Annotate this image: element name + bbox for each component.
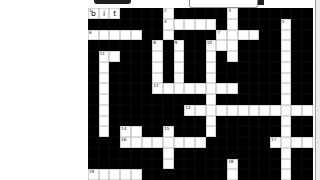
cell-11-20-black: [302, 126, 313, 137]
cell-6-3-black: [120, 73, 131, 84]
cell-8-7-black: [163, 94, 174, 105]
cell-2-12-white[interactable]: 7: [216, 30, 227, 41]
cell-8-3-black: [120, 94, 131, 105]
cell-6-17-black: [270, 73, 281, 84]
clue-number-6: 6: [89, 30, 92, 35]
cell-14-7-white[interactable]: [163, 159, 174, 170]
cell-13-9-black: [184, 148, 195, 159]
cell-2-4-white[interactable]: [131, 30, 142, 41]
cell-5-6-white[interactable]: [152, 62, 163, 73]
cell-9-14-white[interactable]: [238, 105, 249, 116]
cell-8-9-black: [184, 94, 195, 105]
cell-2-6-black: [152, 30, 163, 41]
cell-12-18-white[interactable]: [281, 137, 292, 148]
cell-5-13-black: [227, 62, 238, 73]
cell-5-18-white[interactable]: [281, 62, 292, 73]
cell-14-16-black: [259, 159, 270, 170]
cell-0-12-black: [216, 8, 227, 19]
cell-6-0-black: [88, 73, 99, 84]
cell-8-13-black: [227, 94, 238, 105]
cell-11-16-black: [259, 126, 270, 137]
cell-13-12-black: [216, 148, 227, 159]
cell-15-12-black: [216, 169, 227, 180]
cell-7-12-white[interactable]: [216, 83, 227, 94]
cell-4-0-black: [88, 51, 99, 62]
cell-10-2-black: [109, 116, 120, 127]
cell-14-0-black: [88, 159, 99, 170]
clue-number-10: 10: [207, 40, 212, 45]
cell-10-9-black: [184, 116, 195, 127]
cell-5-19-black: [291, 62, 302, 73]
cell-15-0-white[interactable]: 19: [88, 169, 99, 180]
cell-15-8-black: [174, 169, 185, 180]
cell-4-8-white[interactable]: [174, 51, 185, 62]
cell-0-9-black: [184, 8, 195, 19]
cell-3-11-white[interactable]: 10: [206, 40, 217, 51]
cell-14-12-black: [216, 159, 227, 170]
cell-14-11-black: [206, 159, 217, 170]
cell-11-3-white[interactable]: 14: [120, 126, 131, 137]
cell-4-5-black: [142, 51, 153, 62]
cell-9-0-black: [88, 105, 99, 116]
cell-0-0-white[interactable]: 1b: [88, 8, 99, 19]
cell-11-12-black: [216, 126, 227, 137]
cell-6-15-black: [249, 73, 260, 84]
cell-5-7-black: [163, 62, 174, 73]
cell-2-14-white[interactable]: [238, 30, 249, 41]
cell-3-1-black: [99, 40, 110, 51]
cell-6-13-black: [227, 73, 238, 84]
cell-12-14-black: [238, 137, 249, 148]
cell-11-18-white[interactable]: [281, 126, 292, 137]
cell-1-5-black: [142, 19, 153, 30]
clue-number-4: 4: [164, 19, 167, 24]
cell-3-5-black: [142, 40, 153, 51]
header-icon-fragment: [258, 0, 264, 5]
cell-15-4-white[interactable]: [131, 169, 142, 180]
cell-5-15-black: [249, 62, 260, 73]
cell-0-4-black: [131, 8, 142, 19]
cell-2-7-white[interactable]: [163, 30, 174, 41]
cell-10-16-black: [259, 116, 270, 127]
cell-2-0-white[interactable]: 6: [88, 30, 99, 41]
cell-11-19-black: [291, 126, 302, 137]
cell-13-19-black: [291, 148, 302, 159]
cell-3-3-black: [120, 40, 131, 51]
cell-8-2-black: [109, 94, 120, 105]
cell-12-5-white[interactable]: [142, 137, 153, 148]
cell-6-14-black: [238, 73, 249, 84]
cell-11-7-white[interactable]: 15: [163, 126, 174, 137]
cell-4-16-black: [259, 51, 270, 62]
cell-3-9-black: [184, 40, 195, 51]
cell-0-19-black: [291, 8, 302, 19]
cell-8-4-black: [131, 94, 142, 105]
cell-12-6-white[interactable]: [152, 137, 163, 148]
cell-0-2-white[interactable]: t: [109, 8, 120, 19]
clue-number-11: 11: [100, 51, 105, 56]
cell-3-13-white[interactable]: [227, 40, 238, 51]
cell-12-19-white[interactable]: [291, 137, 302, 148]
cell-7-11-white[interactable]: [206, 83, 217, 94]
cell-15-18-white[interactable]: [281, 169, 292, 180]
cell-15-5-black: [142, 169, 153, 180]
cell-15-11-black: [206, 169, 217, 180]
cell-12-9-white[interactable]: [184, 137, 195, 148]
cell-9-11-white[interactable]: [206, 105, 217, 116]
cell-7-10-white[interactable]: [195, 83, 206, 94]
cell-13-18-white[interactable]: [281, 148, 292, 159]
clue-number-2: 2: [164, 8, 167, 13]
clue-number-13: 13: [185, 105, 190, 110]
clue-number-15: 15: [164, 126, 169, 131]
cell-10-8-black: [174, 116, 185, 127]
cell-2-2-white[interactable]: [109, 30, 120, 41]
cell-9-20-white[interactable]: [302, 105, 313, 116]
cell-1-15-black: [249, 19, 260, 30]
cell-0-1-white[interactable]: i: [99, 8, 110, 19]
cell-2-17-black: [270, 30, 281, 41]
cell-1-7-white[interactable]: 4: [163, 19, 174, 30]
cell-6-1-white[interactable]: [99, 73, 110, 84]
cell-3-12-white[interactable]: [216, 40, 227, 51]
cell-1-2-black: [109, 19, 120, 30]
cell-12-3-white[interactable]: 16: [120, 137, 131, 148]
cell-2-15-white[interactable]: [249, 30, 260, 41]
cell-12-7-white[interactable]: [163, 137, 174, 148]
cell-2-1-white[interactable]: [99, 30, 110, 41]
cell-11-1-white[interactable]: [99, 126, 110, 137]
cell-0-5-black: [142, 8, 153, 19]
cell-13-13-black: [227, 148, 238, 159]
clue-number-9: 9: [175, 40, 178, 45]
cell-11-4-white[interactable]: [131, 126, 142, 137]
cell-5-16-black: [259, 62, 270, 73]
cell-14-5-black: [142, 159, 153, 170]
cell-0-18-black: [281, 8, 292, 19]
cell-0-7-white[interactable]: 2: [163, 8, 174, 19]
cell-0-3-black: [120, 8, 131, 19]
cell-5-1-white[interactable]: [99, 62, 110, 73]
cell-6-8-white[interactable]: [174, 73, 185, 84]
cell-5-8-white[interactable]: [174, 62, 185, 73]
cell-2-9-black: [184, 30, 195, 41]
cell-4-13-white[interactable]: [227, 51, 238, 62]
cell-4-1-white[interactable]: 11: [99, 51, 110, 62]
cell-15-3-white[interactable]: [120, 169, 131, 180]
cell-4-20-black: [302, 51, 313, 62]
cell-10-7-black: [163, 116, 174, 127]
cell-7-14-black: [238, 83, 249, 94]
cell-3-14-black: [238, 40, 249, 51]
cell-4-2-white[interactable]: [109, 51, 120, 62]
cell-13-16-black: [259, 148, 270, 159]
cell-8-1-white[interactable]: [99, 94, 110, 105]
cell-6-11-white[interactable]: [206, 73, 217, 84]
cell-3-16-black: [259, 40, 270, 51]
cell-1-12-black: [216, 19, 227, 30]
cell-3-18-white[interactable]: [281, 40, 292, 51]
cell-9-19-white[interactable]: [291, 105, 302, 116]
cell-10-19-black: [291, 116, 302, 127]
cell-14-1-black: [99, 159, 110, 170]
cell-13-10-black: [195, 148, 206, 159]
cell-5-12-black: [216, 62, 227, 73]
cell-7-7-white[interactable]: [163, 83, 174, 94]
cell-1-14-black: [238, 19, 249, 30]
cell-4-18-white[interactable]: [281, 51, 292, 62]
clue-number-3: 3: [228, 8, 231, 13]
cell-6-18-white[interactable]: [281, 73, 292, 84]
cell-0-8-black: [174, 8, 185, 19]
cell-8-5-black: [142, 94, 153, 105]
cell-4-12-black: [216, 51, 227, 62]
cell-14-10-black: [195, 159, 206, 170]
cell-3-7-black: [163, 40, 174, 51]
cell-9-2-black: [109, 105, 120, 116]
cell-14-3-black: [120, 159, 131, 170]
cell-13-4-black: [131, 148, 142, 159]
cell-8-19-black: [291, 94, 302, 105]
cell-12-8-white[interactable]: [174, 137, 185, 148]
cell-7-0-black: [88, 83, 99, 94]
cell-8-10-black: [195, 94, 206, 105]
cell-7-18-white[interactable]: [281, 83, 292, 94]
header-input-fragment[interactable]: [189, 0, 258, 8]
cell-12-15-black: [249, 137, 260, 148]
cell-8-18-white[interactable]: [281, 94, 292, 105]
cell-8-8-black: [174, 94, 185, 105]
cell-14-18-white[interactable]: [281, 159, 292, 170]
cell-12-10-white[interactable]: [195, 137, 206, 148]
cell-6-9-black: [184, 73, 195, 84]
cell-11-6-black: [152, 126, 163, 137]
cell-15-14-black: [238, 169, 249, 180]
cell-10-11-white[interactable]: [206, 116, 217, 127]
cell-4-9-black: [184, 51, 195, 62]
cell-14-6-black: [152, 159, 163, 170]
cell-9-4-black: [131, 105, 142, 116]
cell-9-18-white[interactable]: [281, 105, 292, 116]
cell-15-19-black: [291, 169, 302, 180]
cell-4-14-black: [238, 51, 249, 62]
cell-15-15-black: [249, 169, 260, 180]
cell-12-12-black: [216, 137, 227, 148]
cell-4-6-white[interactable]: [152, 51, 163, 62]
cell-0-20-black: [302, 8, 313, 19]
cell-8-11-white[interactable]: [206, 94, 217, 105]
cell-12-2-black: [109, 137, 120, 148]
cell-9-8-black: [174, 105, 185, 116]
cell-7-4-black: [131, 83, 142, 94]
cell-0-13-white[interactable]: 3: [227, 8, 238, 19]
cell-9-17-white[interactable]: [270, 105, 281, 116]
cell-8-0-black: [88, 94, 99, 105]
cell-9-3-black: [120, 105, 131, 116]
page: 1bit2345678910111213141516171819: [0, 0, 320, 180]
cell-5-0-black: [88, 62, 99, 73]
cell-5-4-black: [131, 62, 142, 73]
cell-1-3-black: [120, 19, 131, 30]
cell-1-0-black: [88, 19, 99, 30]
cell-6-5-black: [142, 73, 153, 84]
cell-5-20-black: [302, 62, 313, 73]
cell-3-0-black: [88, 40, 99, 51]
cell-9-9-white[interactable]: 13: [184, 105, 195, 116]
cell-13-14-black: [238, 148, 249, 159]
cell-2-19-black: [291, 30, 302, 41]
cell-5-10-black: [195, 62, 206, 73]
cell-9-7-black: [163, 105, 174, 116]
cell-9-10-white[interactable]: [195, 105, 206, 116]
cell-14-17-black: [270, 159, 281, 170]
cell-12-20-white[interactable]: [302, 137, 313, 148]
cell-10-5-black: [142, 116, 153, 127]
cell-9-12-white[interactable]: [216, 105, 227, 116]
cell-11-14-black: [238, 126, 249, 137]
cell-3-15-black: [249, 40, 260, 51]
cell-7-13-white[interactable]: [227, 83, 238, 94]
cell-7-8-white[interactable]: [174, 83, 185, 94]
cell-14-15-black: [249, 159, 260, 170]
cell-12-17-white[interactable]: 17: [270, 137, 281, 148]
cell-8-15-black: [249, 94, 260, 105]
cell-15-2-white[interactable]: [109, 169, 120, 180]
cell-13-8-black: [174, 148, 185, 159]
cell-3-2-black: [109, 40, 120, 51]
cell-11-8-black: [174, 126, 185, 137]
cell-11-11-white[interactable]: [206, 126, 217, 137]
cell-11-5-black: [142, 126, 153, 137]
cell-5-3-black: [120, 62, 131, 73]
cell-8-16-black: [259, 94, 270, 105]
cell-14-20-black: [302, 159, 313, 170]
cell-13-15-black: [249, 148, 260, 159]
cell-3-4-black: [131, 40, 142, 51]
cell-2-10-black: [195, 30, 206, 41]
cell-3-8-white[interactable]: 9: [174, 40, 185, 51]
cell-15-10-black: [195, 169, 206, 180]
cell-15-6-black: [152, 169, 163, 180]
cell-13-20-black: [302, 148, 313, 159]
cell-14-8-black: [174, 159, 185, 170]
cell-12-13-black: [227, 137, 238, 148]
clue-number-12: 12: [153, 83, 158, 88]
cell-1-17-black: [270, 19, 281, 30]
clue-number-17: 17: [271, 137, 276, 142]
cell-10-18-white[interactable]: [281, 116, 292, 127]
cell-1-13-white[interactable]: [227, 19, 238, 30]
cell-14-13-white[interactable]: 18: [227, 159, 238, 170]
cell-7-1-white[interactable]: [99, 83, 110, 94]
cell-2-20-black: [302, 30, 313, 41]
cell-5-5-black: [142, 62, 153, 73]
cell-11-10-black: [195, 126, 206, 137]
cell-4-11-white[interactable]: [206, 51, 217, 62]
cell-9-16-white[interactable]: [259, 105, 270, 116]
cell-14-19-black: [291, 159, 302, 170]
cell-13-17-black: [270, 148, 281, 159]
cell-12-0-black: [88, 137, 99, 148]
cell-7-9-white[interactable]: [184, 83, 195, 94]
cell-13-2-black: [109, 148, 120, 159]
cell-9-15-white[interactable]: [249, 105, 260, 116]
entered-letter: t: [109, 10, 120, 18]
cell-10-1-white[interactable]: [99, 116, 110, 127]
clue-number-5: 5: [282, 19, 285, 24]
cell-2-11-black: [206, 30, 217, 41]
cell-15-7-black: [163, 169, 174, 180]
cell-9-1-white[interactable]: [99, 105, 110, 116]
cell-4-19-black: [291, 51, 302, 62]
cell-4-17-black: [270, 51, 281, 62]
cell-11-13-black: [227, 126, 238, 137]
cell-7-19-black: [291, 83, 302, 94]
cell-2-8-black: [174, 30, 185, 41]
cell-6-10-black: [195, 73, 206, 84]
cell-2-3-white[interactable]: [120, 30, 131, 41]
clue-number-16: 16: [121, 137, 126, 142]
cell-13-7-white[interactable]: [163, 148, 174, 159]
cell-11-15-black: [249, 126, 260, 137]
cell-10-12-black: [216, 116, 227, 127]
cell-0-15-black: [249, 8, 260, 19]
cell-3-6-white[interactable]: 8: [152, 40, 163, 51]
cell-8-6-black: [152, 94, 163, 105]
cell-1-4-black: [131, 19, 142, 30]
cell-15-16-black: [259, 169, 270, 180]
cell-13-11-black: [206, 148, 217, 159]
cell-10-15-black: [249, 116, 260, 127]
cell-10-13-black: [227, 116, 238, 127]
cell-9-13-white[interactable]: [227, 105, 238, 116]
clue-number-19: 19: [89, 169, 94, 174]
cell-2-5-black: [142, 30, 153, 41]
cell-12-16-black: [259, 137, 270, 148]
cell-1-8-white[interactable]: [174, 19, 185, 30]
cell-14-2-black: [109, 159, 120, 170]
cell-1-1-black: [99, 19, 110, 30]
cell-13-3-black: [120, 148, 131, 159]
cell-7-6-white[interactable]: 12: [152, 83, 163, 94]
cell-13-0-black: [88, 148, 99, 159]
cell-13-1-black: [99, 148, 110, 159]
cell-4-7-black: [163, 51, 174, 62]
cell-6-19-black: [291, 73, 302, 84]
cell-15-20-black: [302, 169, 313, 180]
cell-1-10-white[interactable]: [195, 19, 206, 30]
cell-0-17-black: [270, 8, 281, 19]
cell-6-6-white[interactable]: [152, 73, 163, 84]
cell-15-13-white[interactable]: [227, 169, 238, 180]
cell-12-4-white[interactable]: [131, 137, 142, 148]
cell-7-15-black: [249, 83, 260, 94]
cell-5-2-black: [109, 62, 120, 73]
cell-2-18-white[interactable]: [281, 30, 292, 41]
cell-15-1-white[interactable]: [99, 169, 110, 180]
cell-1-18-white[interactable]: 5: [281, 19, 292, 30]
cell-1-6-black: [152, 19, 163, 30]
cell-7-2-black: [109, 83, 120, 94]
cell-4-4-black: [131, 51, 142, 62]
cell-1-11-white[interactable]: [206, 19, 217, 30]
cell-2-13-white[interactable]: [227, 30, 238, 41]
cell-1-9-white[interactable]: [184, 19, 195, 30]
cell-5-11-white[interactable]: [206, 62, 217, 73]
header-button-fragment[interactable]: [94, 0, 131, 4]
cell-7-5-black: [142, 83, 153, 94]
page-gutter: [316, 0, 320, 180]
